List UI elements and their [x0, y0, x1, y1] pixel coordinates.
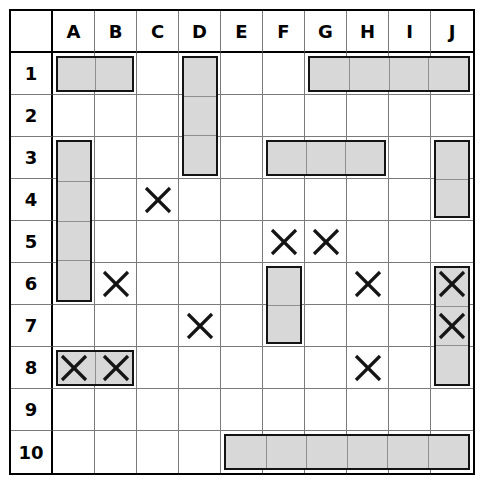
cell-D4[interactable] [179, 179, 221, 221]
row-header-1: 1 [11, 53, 53, 95]
row-header-9: 9 [11, 389, 53, 431]
col-header-H: H [347, 11, 389, 53]
cell-G1[interactable] [305, 53, 347, 95]
cell-D9[interactable] [179, 389, 221, 431]
cell-I1[interactable] [389, 53, 431, 95]
cell-I8[interactable] [389, 347, 431, 389]
col-header-F: F [263, 11, 305, 53]
cell-D10[interactable] [179, 431, 221, 473]
cell-B7[interactable] [95, 305, 137, 347]
cell-H3[interactable] [347, 137, 389, 179]
cell-F4[interactable] [263, 179, 305, 221]
cell-I2[interactable] [389, 95, 431, 137]
cell-A6[interactable] [53, 263, 95, 305]
cell-J7[interactable] [431, 305, 473, 347]
battleship-board: ABCDEFGHIJ12345678910 [9, 9, 475, 475]
cell-H1[interactable] [347, 53, 389, 95]
cell-E3[interactable] [221, 137, 263, 179]
cell-F9[interactable] [263, 389, 305, 431]
cell-H4[interactable] [347, 179, 389, 221]
cell-E10[interactable] [221, 431, 263, 473]
cell-H5[interactable] [347, 221, 389, 263]
cell-E7[interactable] [221, 305, 263, 347]
cell-C9[interactable] [137, 389, 179, 431]
cell-I10[interactable] [389, 431, 431, 473]
cell-C4[interactable] [137, 179, 179, 221]
row-header-7: 7 [11, 305, 53, 347]
cell-A3[interactable] [53, 137, 95, 179]
cell-C7[interactable] [137, 305, 179, 347]
cell-C6[interactable] [137, 263, 179, 305]
cell-E2[interactable] [221, 95, 263, 137]
cell-A7[interactable] [53, 305, 95, 347]
row-header-2: 2 [11, 95, 53, 137]
cell-G3[interactable] [305, 137, 347, 179]
cell-F1[interactable] [263, 53, 305, 95]
cell-C10[interactable] [137, 431, 179, 473]
cell-A1[interactable] [53, 53, 95, 95]
cell-F5[interactable] [263, 221, 305, 263]
cell-C8[interactable] [137, 347, 179, 389]
cell-B3[interactable] [95, 137, 137, 179]
cell-B8[interactable] [95, 347, 137, 389]
col-header-J: J [431, 11, 473, 53]
cell-I9[interactable] [389, 389, 431, 431]
cell-D7[interactable] [179, 305, 221, 347]
cell-A2[interactable] [53, 95, 95, 137]
cell-H8[interactable] [347, 347, 389, 389]
col-header-I: I [389, 11, 431, 53]
cell-G7[interactable] [305, 305, 347, 347]
cell-I3[interactable] [389, 137, 431, 179]
cell-F3[interactable] [263, 137, 305, 179]
cell-A8[interactable] [53, 347, 95, 389]
cell-J10[interactable] [431, 431, 473, 473]
cell-J6[interactable] [431, 263, 473, 305]
cell-B10[interactable] [95, 431, 137, 473]
cell-G4[interactable] [305, 179, 347, 221]
cell-F7[interactable] [263, 305, 305, 347]
col-header-D: D [179, 11, 221, 53]
cell-H7[interactable] [347, 305, 389, 347]
cell-C1[interactable] [137, 53, 179, 95]
cell-D8[interactable] [179, 347, 221, 389]
cell-H10[interactable] [347, 431, 389, 473]
cell-I5[interactable] [389, 221, 431, 263]
cell-B5[interactable] [95, 221, 137, 263]
cell-A5[interactable] [53, 221, 95, 263]
cell-J3[interactable] [431, 137, 473, 179]
cell-F6[interactable] [263, 263, 305, 305]
cell-E5[interactable] [221, 221, 263, 263]
row-header-10: 10 [11, 431, 53, 473]
cell-G8[interactable] [305, 347, 347, 389]
cell-G5[interactable] [305, 221, 347, 263]
cell-I6[interactable] [389, 263, 431, 305]
row-header-8: 8 [11, 347, 53, 389]
cell-E1[interactable] [221, 53, 263, 95]
cell-B2[interactable] [95, 95, 137, 137]
cell-C2[interactable] [137, 95, 179, 137]
col-header-B: B [95, 11, 137, 53]
cell-E4[interactable] [221, 179, 263, 221]
cell-A4[interactable] [53, 179, 95, 221]
cell-B4[interactable] [95, 179, 137, 221]
cell-B6[interactable] [95, 263, 137, 305]
cell-G6[interactable] [305, 263, 347, 305]
col-header-G: G [305, 11, 347, 53]
cell-G10[interactable] [305, 431, 347, 473]
row-header-4: 4 [11, 179, 53, 221]
cell-J5[interactable] [431, 221, 473, 263]
cell-F2[interactable] [263, 95, 305, 137]
cell-J4[interactable] [431, 179, 473, 221]
cell-D3[interactable] [179, 137, 221, 179]
cell-I4[interactable] [389, 179, 431, 221]
cell-B1[interactable] [95, 53, 137, 95]
row-header-5: 5 [11, 221, 53, 263]
board-grid: ABCDEFGHIJ12345678910 [11, 11, 473, 473]
cell-D6[interactable] [179, 263, 221, 305]
cell-I7[interactable] [389, 305, 431, 347]
cell-H6[interactable] [347, 263, 389, 305]
cell-C3[interactable] [137, 137, 179, 179]
corner-cell [11, 11, 53, 53]
cell-J8[interactable] [431, 347, 473, 389]
cell-D2[interactable] [179, 95, 221, 137]
cell-B9[interactable] [95, 389, 137, 431]
cell-A10[interactable] [53, 431, 95, 473]
col-header-E: E [221, 11, 263, 53]
cell-F10[interactable] [263, 431, 305, 473]
cell-J9[interactable] [431, 389, 473, 431]
cell-G2[interactable] [305, 95, 347, 137]
row-header-6: 6 [11, 263, 53, 305]
cell-G9[interactable] [305, 389, 347, 431]
cell-D5[interactable] [179, 221, 221, 263]
cell-H2[interactable] [347, 95, 389, 137]
col-header-C: C [137, 11, 179, 53]
row-header-3: 3 [11, 137, 53, 179]
cell-J2[interactable] [431, 95, 473, 137]
col-header-A: A [53, 11, 95, 53]
cell-E8[interactable] [221, 347, 263, 389]
cell-F8[interactable] [263, 347, 305, 389]
cell-E6[interactable] [221, 263, 263, 305]
cell-C5[interactable] [137, 221, 179, 263]
cell-E9[interactable] [221, 389, 263, 431]
cell-D1[interactable] [179, 53, 221, 95]
cell-J1[interactable] [431, 53, 473, 95]
cell-H9[interactable] [347, 389, 389, 431]
cell-A9[interactable] [53, 389, 95, 431]
